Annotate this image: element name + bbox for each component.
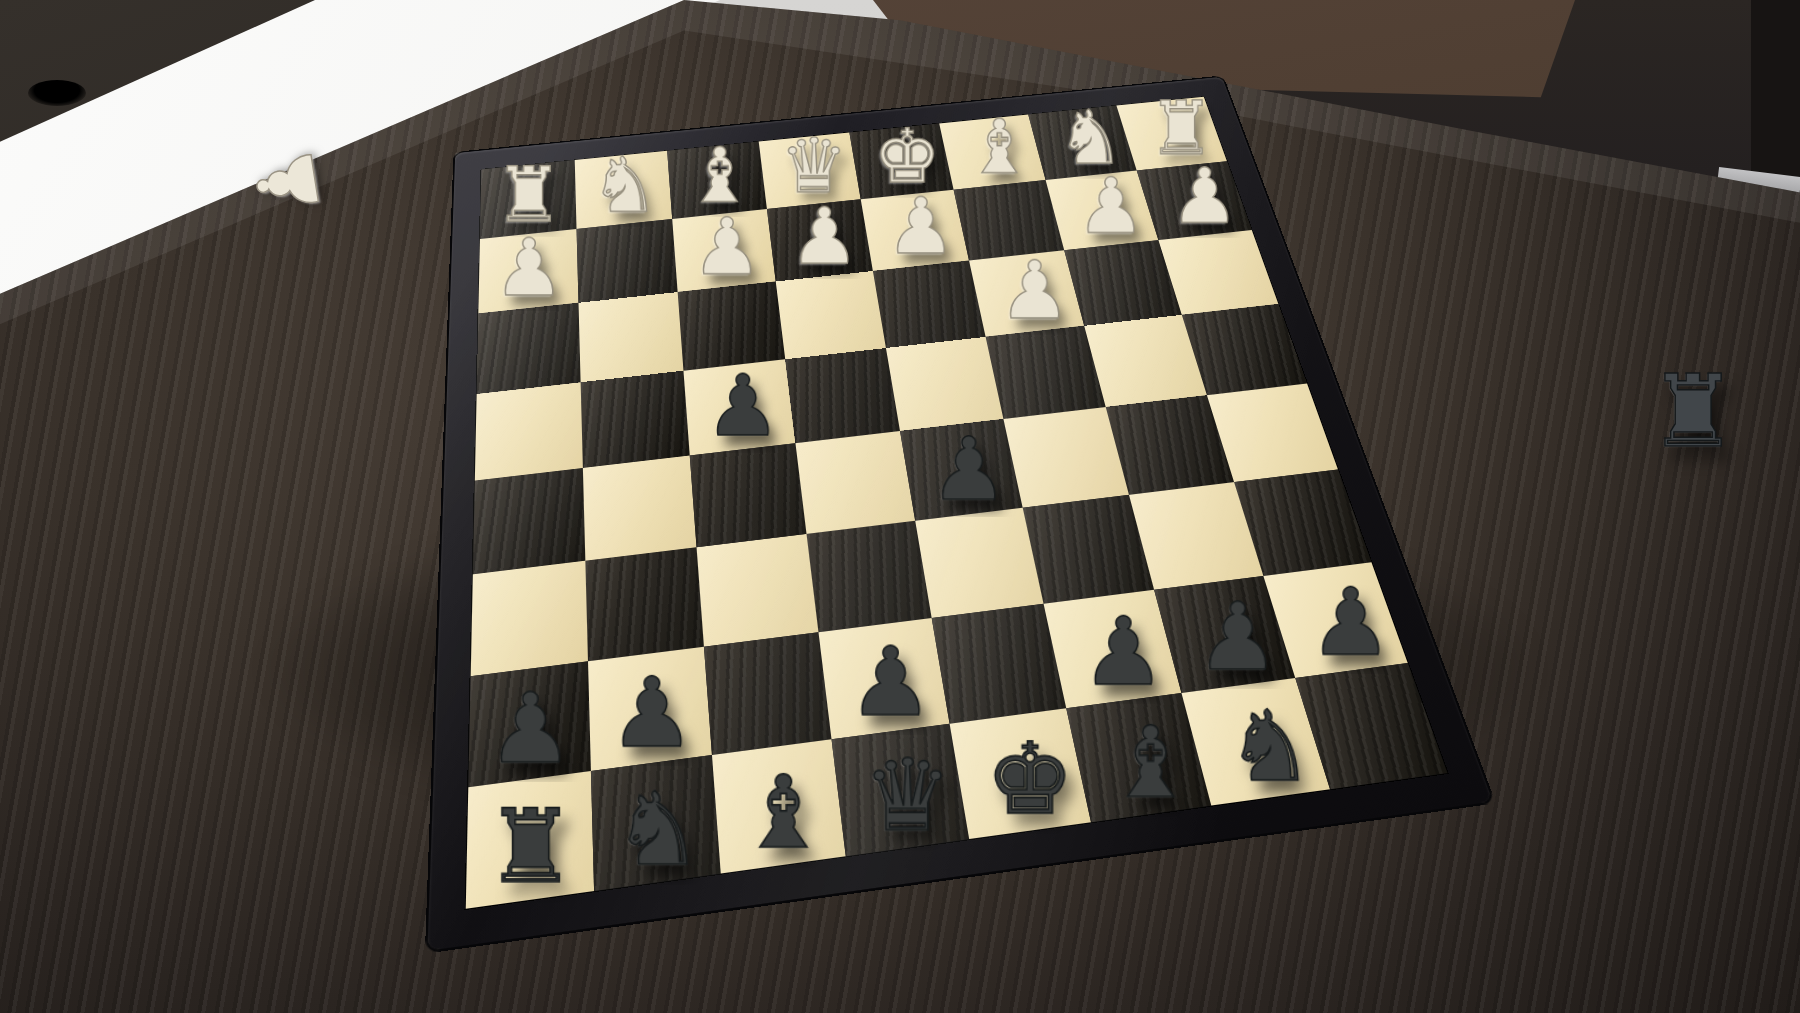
square-a8[interactable]: ♜	[466, 771, 594, 909]
black-pawn[interactable]: ♟	[1309, 575, 1392, 668]
white-pawn[interactable]: ♟	[998, 250, 1070, 330]
square-a7[interactable]: ♟	[468, 661, 591, 787]
square-f1[interactable]: ♝	[939, 114, 1045, 189]
white-pawn[interactable]: ♟	[1076, 167, 1145, 244]
square-d3[interactable]	[776, 271, 886, 359]
square-b2[interactable]	[577, 218, 678, 302]
square-c5[interactable]	[690, 443, 807, 547]
square-a4[interactable]	[475, 382, 583, 480]
side-table-notch	[28, 80, 86, 106]
square-b5[interactable]	[583, 455, 697, 560]
square-a6[interactable]	[471, 560, 588, 676]
black-knight[interactable]: ♞	[1226, 697, 1314, 795]
white-pawn[interactable]: ♟	[691, 207, 761, 285]
black-pawn[interactable]: ♟	[929, 425, 1007, 512]
white-pawn[interactable]: ♟	[886, 187, 956, 265]
square-f8[interactable]: ♝	[1066, 693, 1211, 822]
square-b1[interactable]: ♞	[575, 150, 672, 228]
square-d7[interactable]: ♟	[818, 617, 949, 738]
square-h7[interactable]: ♟	[1263, 562, 1407, 678]
square-b7[interactable]: ♟	[588, 646, 712, 770]
white-bishop[interactable]: ♝	[966, 109, 1033, 184]
square-c7[interactable]	[704, 632, 832, 755]
black-bishop[interactable]: ♝	[738, 762, 828, 862]
square-g8[interactable]: ♞	[1181, 677, 1330, 805]
square-f3[interactable]: ♟	[969, 250, 1084, 337]
black-pawn[interactable]: ♟	[847, 634, 932, 729]
white-pawn[interactable]: ♟	[789, 197, 859, 275]
square-e3[interactable]	[873, 260, 986, 347]
square-e5[interactable]: ♟	[900, 418, 1023, 520]
square-e7[interactable]	[932, 603, 1067, 723]
white-pawn[interactable]: ♟	[1170, 157, 1239, 233]
square-d8[interactable]: ♛	[832, 723, 970, 856]
black-pawn[interactable]: ♟	[704, 363, 780, 448]
square-e6[interactable]	[915, 507, 1043, 617]
black-pawn[interactable]: ♟	[608, 664, 694, 760]
black-king[interactable]: ♚	[985, 729, 1074, 828]
black-knight[interactable]: ♞	[612, 779, 702, 880]
square-b8[interactable]: ♞	[591, 755, 721, 891]
square-d2[interactable]: ♟	[767, 199, 873, 281]
black-pawn[interactable]: ♟	[1195, 590, 1279, 683]
square-a3[interactable]	[477, 302, 581, 393]
square-b6[interactable]	[585, 547, 704, 661]
white-pawn[interactable]: ♟	[493, 228, 564, 307]
square-e8[interactable]: ♚	[950, 708, 1091, 839]
black-rook[interactable]: ♜	[485, 795, 576, 897]
square-a2[interactable]: ♟	[478, 228, 578, 313]
captured-black-rook[interactable]: ♜	[1648, 362, 1738, 462]
square-h4[interactable]	[1182, 304, 1307, 395]
square-c4[interactable]: ♟	[683, 359, 795, 455]
square-d6[interactable]	[807, 520, 932, 632]
square-h2[interactable]: ♟	[1137, 161, 1252, 240]
square-e2[interactable]: ♟	[861, 189, 969, 270]
square-b4[interactable]	[581, 370, 690, 467]
square-f7[interactable]: ♟	[1044, 589, 1182, 707]
square-e4[interactable]	[886, 336, 1003, 430]
white-knight[interactable]: ♞	[590, 147, 658, 223]
square-d4[interactable]	[785, 348, 900, 443]
square-c6[interactable]	[697, 533, 819, 646]
black-pawn[interactable]: ♟	[1081, 604, 1165, 698]
square-b3[interactable]	[579, 292, 684, 382]
square-c8[interactable]: ♝	[712, 739, 846, 873]
square-c2[interactable]: ♟	[672, 209, 776, 292]
square-g2[interactable]: ♟	[1046, 170, 1159, 250]
black-queen[interactable]: ♛	[862, 745, 951, 845]
square-a5[interactable]	[473, 467, 586, 573]
black-pawn[interactable]: ♟	[486, 680, 573, 777]
captured-white-pawn[interactable]: ♟	[243, 140, 333, 223]
black-bishop[interactable]: ♝	[1106, 713, 1194, 811]
square-h5[interactable]	[1207, 383, 1338, 481]
square-d5[interactable]	[795, 431, 915, 534]
